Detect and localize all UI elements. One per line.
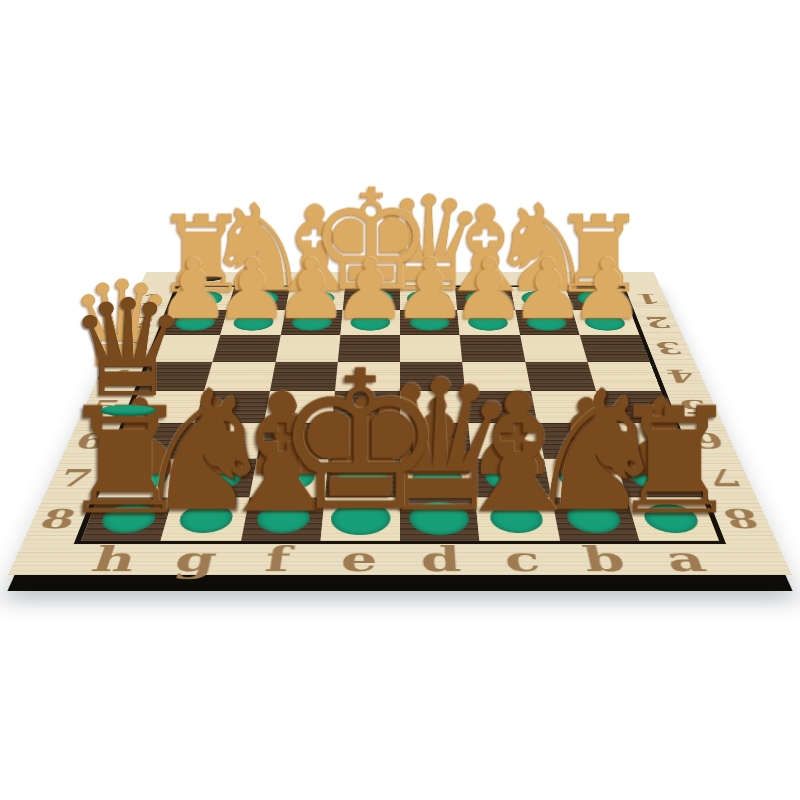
square-e8[interactable]: ♚ [320, 497, 400, 540]
square-c8[interactable]: ♝ [476, 497, 560, 540]
piece-black-bishop-c8[interactable]: ♝ [444, 379, 591, 530]
file-label-g: g [171, 540, 221, 580]
spare-black-queen-glyph: ♛ [60, 288, 196, 411]
scene: ♜♞♝♚♛♝♞♜♟♟♟♟♟♟♟♟♟♟♟♟♟♟♟♟♜♞♝♚♛♝♞♜ hgfedcb… [0, 0, 800, 800]
piece-white-pawn-a2[interactable]: ♟ [570, 252, 645, 329]
file-label-e: e [340, 540, 379, 580]
file-label-b: b [579, 540, 629, 580]
file-label-d: d [420, 540, 462, 580]
piece-black-king-e8[interactable]: ♚ [274, 352, 447, 529]
file-label-a: a [661, 540, 712, 580]
square-h8[interactable]: ♜ [81, 497, 173, 540]
felt-pad [100, 405, 156, 416]
rank-label-right-2: 2 [642, 313, 675, 331]
file-label-c: c [502, 540, 543, 580]
piece-black-rook-a8[interactable]: ♜ [609, 394, 741, 529]
file-label-f: f [262, 540, 292, 580]
square-a2[interactable]: ♟ [572, 310, 639, 335]
spare-black-queen[interactable]: ♛ [60, 288, 196, 411]
file-label-h: h [86, 540, 141, 580]
square-a8[interactable]: ♜ [627, 497, 719, 540]
